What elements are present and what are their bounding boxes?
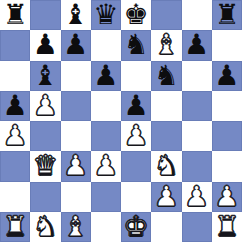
- square-g4[interactable]: [182, 121, 212, 151]
- square-f6[interactable]: ♞: [151, 61, 181, 91]
- square-b1[interactable]: ♞: [30, 212, 60, 242]
- square-a4[interactable]: ♟: [0, 121, 30, 151]
- white-pawn: ♟: [63, 151, 88, 181]
- square-d3[interactable]: ♟: [91, 151, 121, 181]
- white-knight: ♞: [154, 151, 179, 181]
- black-knight: ♞: [154, 61, 179, 91]
- square-e6[interactable]: [121, 61, 151, 91]
- square-f3[interactable]: ♞: [151, 151, 181, 181]
- square-f4[interactable]: [151, 121, 181, 151]
- square-e7[interactable]: ♞: [121, 30, 151, 60]
- chess-board: ♜♝♛♚♜♟♟♞♝♟♝♟♞♟♟♟♟♟♟♛♟♟♞♟♟♟♜♞♝♚♜: [0, 0, 242, 242]
- black-pawn: ♟: [33, 30, 58, 60]
- square-c6[interactable]: [61, 61, 91, 91]
- white-pawn: ♟: [93, 151, 118, 181]
- square-e1[interactable]: ♚: [121, 212, 151, 242]
- square-g8[interactable]: [182, 0, 212, 30]
- square-d1[interactable]: [91, 212, 121, 242]
- square-b6[interactable]: ♝: [30, 61, 60, 91]
- square-h1[interactable]: ♜: [212, 212, 242, 242]
- square-a6[interactable]: [0, 61, 30, 91]
- black-bishop: ♝: [33, 61, 58, 91]
- white-king: ♚: [124, 212, 149, 242]
- square-e2[interactable]: [121, 182, 151, 212]
- black-pawn: ♟: [93, 61, 118, 91]
- black-rook: ♜: [3, 0, 28, 30]
- white-bishop: ♝: [154, 30, 179, 60]
- square-b7[interactable]: ♟: [30, 30, 60, 60]
- square-a8[interactable]: ♜: [0, 0, 30, 30]
- white-pawn: ♟: [3, 121, 28, 151]
- square-f5[interactable]: [151, 91, 181, 121]
- square-h2[interactable]: ♟: [212, 182, 242, 212]
- square-h4[interactable]: [212, 121, 242, 151]
- black-pawn: ♟: [184, 30, 209, 60]
- square-e3[interactable]: [121, 151, 151, 181]
- white-knight: ♞: [33, 212, 58, 242]
- black-queen: ♛: [93, 0, 118, 30]
- square-g6[interactable]: [182, 61, 212, 91]
- white-rook: ♜: [214, 212, 239, 242]
- black-bishop: ♝: [63, 0, 88, 30]
- white-pawn: ♟: [214, 182, 239, 212]
- square-f2[interactable]: ♟: [151, 182, 181, 212]
- black-king: ♚: [124, 0, 149, 30]
- square-h3[interactable]: [212, 151, 242, 181]
- square-a7[interactable]: [0, 30, 30, 60]
- white-bishop: ♝: [63, 212, 88, 242]
- square-e5[interactable]: ♟: [121, 91, 151, 121]
- square-a1[interactable]: ♜: [0, 212, 30, 242]
- square-c4[interactable]: [61, 121, 91, 151]
- white-pawn: ♟: [33, 91, 58, 121]
- black-knight: ♞: [124, 30, 149, 60]
- square-d2[interactable]: [91, 182, 121, 212]
- white-pawn: ♟: [124, 121, 149, 151]
- white-pawn: ♟: [154, 182, 179, 212]
- square-h7[interactable]: [212, 30, 242, 60]
- square-g3[interactable]: [182, 151, 212, 181]
- square-a5[interactable]: ♟: [0, 91, 30, 121]
- white-queen: ♛: [33, 151, 58, 181]
- square-e8[interactable]: ♚: [121, 0, 151, 30]
- square-f7[interactable]: ♝: [151, 30, 181, 60]
- square-c2[interactable]: [61, 182, 91, 212]
- square-h5[interactable]: [212, 91, 242, 121]
- square-g5[interactable]: [182, 91, 212, 121]
- square-a3[interactable]: [0, 151, 30, 181]
- square-c8[interactable]: ♝: [61, 0, 91, 30]
- white-rook: ♜: [3, 212, 28, 242]
- square-h6[interactable]: ♟: [212, 61, 242, 91]
- square-g7[interactable]: ♟: [182, 30, 212, 60]
- square-d4[interactable]: [91, 121, 121, 151]
- square-c5[interactable]: [61, 91, 91, 121]
- black-pawn: ♟: [63, 30, 88, 60]
- square-d7[interactable]: [91, 30, 121, 60]
- black-pawn: ♟: [124, 91, 149, 121]
- square-b8[interactable]: [30, 0, 60, 30]
- square-d6[interactable]: ♟: [91, 61, 121, 91]
- square-d5[interactable]: [91, 91, 121, 121]
- square-b3[interactable]: ♛: [30, 151, 60, 181]
- square-c1[interactable]: ♝: [61, 212, 91, 242]
- square-b5[interactable]: ♟: [30, 91, 60, 121]
- square-g1[interactable]: [182, 212, 212, 242]
- square-b4[interactable]: [30, 121, 60, 151]
- square-h8[interactable]: ♜: [212, 0, 242, 30]
- square-d8[interactable]: ♛: [91, 0, 121, 30]
- black-pawn: ♟: [214, 61, 239, 91]
- black-pawn: ♟: [3, 91, 28, 121]
- square-b2[interactable]: [30, 182, 60, 212]
- square-c7[interactable]: ♟: [61, 30, 91, 60]
- square-f8[interactable]: [151, 0, 181, 30]
- square-e4[interactable]: ♟: [121, 121, 151, 151]
- square-a2[interactable]: [0, 182, 30, 212]
- square-g2[interactable]: ♟: [182, 182, 212, 212]
- white-pawn: ♟: [184, 182, 209, 212]
- square-c3[interactable]: ♟: [61, 151, 91, 181]
- square-f1[interactable]: [151, 212, 181, 242]
- black-rook: ♜: [214, 0, 239, 30]
